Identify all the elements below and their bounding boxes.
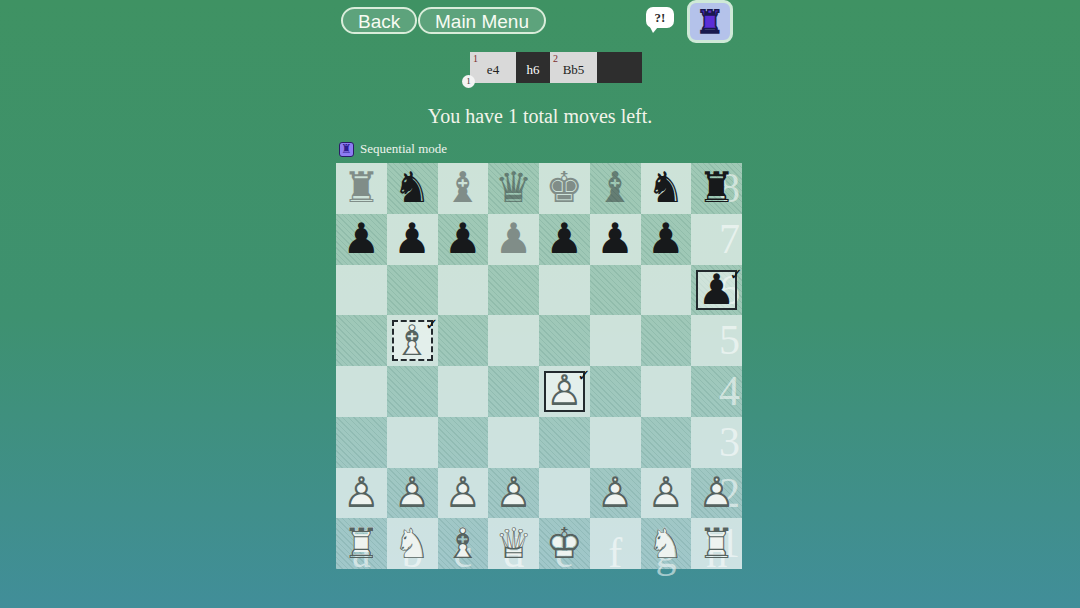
move-san: h6 [516, 52, 550, 78]
piece-outline: ♙ [444, 468, 482, 517]
black-pawn-piece[interactable]: ♟ [444, 218, 482, 260]
black-knight-piece[interactable]: ♞ [647, 167, 685, 209]
square-g2[interactable]: ♟♙ [641, 468, 692, 519]
white-bishop-piece[interactable]: ♝♗ [444, 523, 482, 565]
white-queen-piece[interactable]: ♛♕ [495, 523, 533, 565]
square-h7[interactable] [691, 214, 742, 265]
white-king-piece[interactable]: ♚♔ [546, 523, 584, 565]
white-bishop-piece[interactable]: ♝♗ [393, 320, 431, 362]
black-rook-piece[interactable]: ♜ [698, 167, 736, 209]
square-d5[interactable] [488, 315, 539, 366]
square-g6[interactable] [641, 265, 692, 316]
black-pawn-piece[interactable]: ♟ [698, 269, 736, 311]
hint-bubble-label: ?! [655, 10, 666, 25]
square-e1[interactable]: ♚♔ [539, 518, 590, 569]
square-h8[interactable]: ♜ [691, 163, 742, 214]
square-d7[interactable]: ♟ [488, 214, 539, 265]
square-b1[interactable]: ♞♘ [387, 518, 438, 569]
back-button[interactable]: Back [341, 7, 417, 34]
current-move-badge: 1 [462, 75, 475, 88]
piece-outline: ♙ [343, 468, 381, 517]
white-pawn-piece[interactable]: ♟♙ [698, 472, 736, 514]
white-knight-piece[interactable]: ♞♘ [393, 523, 431, 565]
square-e6[interactable] [539, 265, 590, 316]
square-e8[interactable]: ♚ [539, 163, 590, 214]
square-b7[interactable]: ♟ [387, 214, 438, 265]
square-g8[interactable]: ♞ [641, 163, 692, 214]
move-list: 1e4h62Bb5 [470, 52, 642, 83]
square-c8[interactable]: ♝ [438, 163, 489, 214]
move-number: 1 [473, 53, 478, 64]
square-a3[interactable] [336, 417, 387, 468]
square-a7[interactable]: ♟ [336, 214, 387, 265]
bubble-tail [650, 27, 658, 33]
main-menu-button[interactable]: Main Menu [418, 7, 546, 34]
square-g3[interactable] [641, 417, 692, 468]
move-san [597, 52, 642, 62]
piece-outline: ♙ [495, 468, 533, 517]
rook-glyph-icon: ♜ [696, 6, 725, 38]
square-f8[interactable]: ♝ [590, 163, 641, 214]
sequential-mode-rook-icon: ♜ [339, 142, 354, 157]
square-a6[interactable] [336, 265, 387, 316]
black-pawn-piece[interactable]: ♟ [546, 218, 584, 260]
black-knight-piece[interactable]: ♞ [393, 167, 431, 209]
moves-left-status: You have 1 total moves left. [0, 105, 1080, 128]
white-pawn-piece[interactable]: ♟♙ [393, 472, 431, 514]
square-d4[interactable] [488, 366, 539, 417]
piece-outline: ♙ [546, 366, 584, 415]
square-d8[interactable]: ♛ [488, 163, 539, 214]
board-area: ♜♞♝♛♚♝♞♜♟♟♟♟♟♟♟✓♟✓♝♗✓♟♙♟♙♟♙♟♙♟♙♟♙♟♙♟♙♜♖♞… [336, 163, 742, 569]
white-pawn-piece[interactable]: ♟♙ [495, 472, 533, 514]
square-e3[interactable] [539, 417, 590, 468]
move-cell[interactable]: h6 [516, 52, 550, 83]
white-pawn-piece[interactable]: ♟♙ [647, 472, 685, 514]
square-b6[interactable] [387, 265, 438, 316]
square-h1[interactable]: ♜♖ [691, 518, 742, 569]
white-rook-piece[interactable]: ♜♖ [698, 523, 736, 565]
board: ♜♞♝♛♚♝♞♜♟♟♟♟♟♟♟✓♟✓♝♗✓♟♙♟♙♟♙♟♙♟♙♟♙♟♙♟♙♜♖♞… [336, 163, 742, 569]
white-rook-piece[interactable]: ♜♖ [343, 523, 381, 565]
square-b5[interactable]: ✓♝♗ [387, 315, 438, 366]
purple-rook-icon[interactable]: ♜ [687, 0, 733, 43]
square-e2[interactable] [539, 468, 590, 519]
square-f2[interactable]: ♟♙ [590, 468, 641, 519]
square-g7[interactable]: ♟ [641, 214, 692, 265]
square-h2[interactable]: ♟♙ [691, 468, 742, 519]
white-pawn-piece[interactable]: ♟♙ [444, 472, 482, 514]
square-f6[interactable] [590, 265, 641, 316]
piece-outline: ♘ [647, 519, 685, 568]
black-bishop-piece[interactable]: ♝ [596, 167, 634, 209]
black-king-piece[interactable]: ♚ [546, 167, 584, 209]
square-f3[interactable] [590, 417, 641, 468]
piece-outline: ♙ [647, 468, 685, 517]
square-c2[interactable]: ♟♙ [438, 468, 489, 519]
square-b4[interactable] [387, 366, 438, 417]
square-d2[interactable]: ♟♙ [488, 468, 539, 519]
square-h3[interactable] [691, 417, 742, 468]
black-queen-piece[interactable]: ♛ [495, 167, 533, 209]
black-bishop-piece[interactable]: ♝ [444, 167, 482, 209]
mode-label: Sequential mode [360, 141, 447, 157]
square-f1[interactable] [590, 518, 641, 569]
square-a5[interactable] [336, 315, 387, 366]
square-c7[interactable]: ♟ [438, 214, 489, 265]
square-c6[interactable] [438, 265, 489, 316]
white-pawn-piece[interactable]: ♟♙ [343, 472, 381, 514]
square-h6[interactable]: ✓♟ [691, 265, 742, 316]
square-c5[interactable] [438, 315, 489, 366]
piece-outline: ♙ [596, 468, 634, 517]
white-pawn-piece[interactable]: ♟♙ [596, 472, 634, 514]
piece-outline: ♕ [495, 519, 533, 568]
square-d3[interactable] [488, 417, 539, 468]
white-knight-piece[interactable]: ♞♘ [647, 523, 685, 565]
piece-outline: ♔ [546, 519, 584, 568]
square-e7[interactable]: ♟ [539, 214, 590, 265]
black-pawn-piece[interactable]: ♟ [596, 218, 634, 260]
square-e5[interactable] [539, 315, 590, 366]
square-c3[interactable] [438, 417, 489, 468]
game-screen: Back Main Menu ?! ♜ 1e4h62Bb5 1 You have… [0, 0, 1080, 608]
piece-outline: ♖ [343, 519, 381, 568]
square-d1[interactable]: ♛♕ [488, 518, 539, 569]
square-e4[interactable]: ✓♟♙ [539, 366, 590, 417]
black-pawn-piece[interactable]: ♟ [343, 218, 381, 260]
square-c1[interactable]: ♝♗ [438, 518, 489, 569]
piece-outline: ♙ [393, 468, 431, 517]
square-b8[interactable]: ♞ [387, 163, 438, 214]
move-number: 2 [553, 53, 558, 64]
square-b2[interactable]: ♟♙ [387, 468, 438, 519]
square-f4[interactable] [590, 366, 641, 417]
square-g4[interactable] [641, 366, 692, 417]
move-cell[interactable]: 2Bb5 [550, 52, 597, 83]
square-h4[interactable] [691, 366, 742, 417]
mode-indicator: ♜ Sequential mode [339, 141, 447, 157]
move-cell[interactable] [597, 52, 642, 83]
square-c4[interactable] [438, 366, 489, 417]
square-g5[interactable] [641, 315, 692, 366]
black-pawn-piece[interactable]: ♟ [495, 218, 533, 260]
square-f5[interactable] [590, 315, 641, 366]
square-b3[interactable] [387, 417, 438, 468]
hint-bubble-icon[interactable]: ?! [646, 7, 674, 28]
rook-glyph-small-icon: ♜ [341, 143, 352, 155]
piece-outline: ♗ [444, 519, 482, 568]
piece-outline: ♗ [393, 316, 431, 365]
square-g1[interactable]: ♞♘ [641, 518, 692, 569]
square-d6[interactable] [488, 265, 539, 316]
piece-outline: ♘ [393, 519, 431, 568]
piece-outline: ♙ [698, 468, 736, 517]
black-rook-piece[interactable]: ♜ [343, 167, 381, 209]
move-cell[interactable]: 1e4 [470, 52, 516, 83]
black-pawn-piece[interactable]: ♟ [393, 218, 431, 260]
square-a2[interactable]: ♟♙ [336, 468, 387, 519]
square-a1[interactable]: ♜♖ [336, 518, 387, 569]
square-h5[interactable] [691, 315, 742, 366]
white-pawn-piece[interactable]: ♟♙ [546, 370, 584, 412]
square-a4[interactable] [336, 366, 387, 417]
square-f7[interactable]: ♟ [590, 214, 641, 265]
piece-outline: ♖ [698, 519, 736, 568]
black-pawn-piece[interactable]: ♟ [647, 218, 685, 260]
square-a8[interactable]: ♜ [336, 163, 387, 214]
